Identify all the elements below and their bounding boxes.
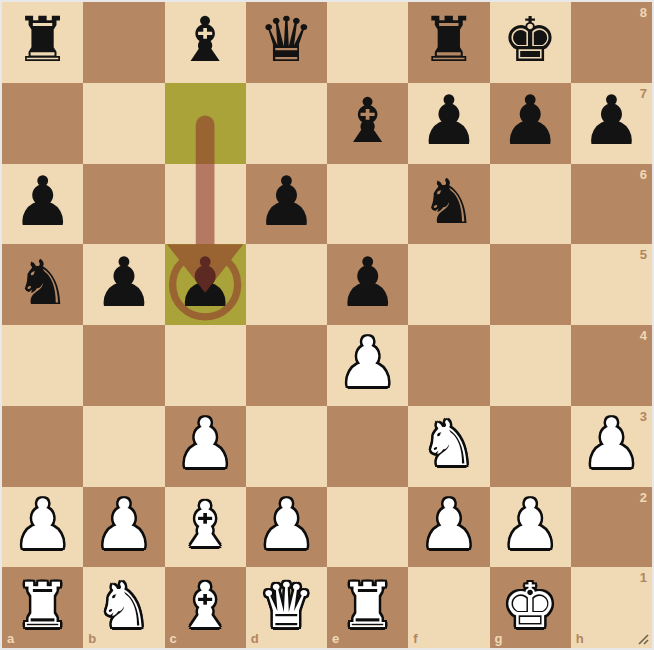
square-e1[interactable]: e♜ (327, 567, 408, 648)
square-e4[interactable]: ♟ (327, 325, 408, 406)
piece-black-pawn[interactable]: ♟ (12, 168, 73, 236)
square-c5[interactable]: ♟ (165, 244, 246, 325)
square-b8[interactable] (83, 2, 164, 83)
square-c8[interactable]: ♝ (165, 2, 246, 83)
piece-white-pawn[interactable]: ♟ (256, 491, 317, 559)
square-a6[interactable]: ♟ (2, 164, 83, 245)
board-frame: ♜♝♛♜♚8♝♟♟7♟♟♟♞6♞♟♟♟5♟4♟♞3♟♟♟♝♟♟♟2a♜b♞c♝d… (0, 0, 654, 650)
square-d7[interactable] (246, 83, 327, 164)
square-g2[interactable]: ♟ (490, 487, 571, 568)
piece-white-pawn[interactable]: ♟ (12, 491, 73, 559)
rank-label: 4 (640, 329, 647, 342)
square-h8[interactable]: 8 (571, 2, 652, 83)
square-b5[interactable]: ♟ (83, 244, 164, 325)
square-h3[interactable]: 3♟ (571, 406, 652, 487)
piece-black-pawn[interactable]: ♟ (337, 249, 398, 317)
file-label: h (576, 632, 584, 645)
square-c7[interactable] (165, 83, 246, 164)
piece-white-rook[interactable]: ♜ (340, 575, 396, 637)
square-b2[interactable]: ♟ (83, 487, 164, 568)
square-c3[interactable]: ♟ (165, 406, 246, 487)
file-label: c (170, 632, 177, 645)
square-d6[interactable]: ♟ (246, 164, 327, 245)
rank-label: 2 (640, 491, 647, 504)
square-a2[interactable]: ♟ (2, 487, 83, 568)
square-h7[interactable]: 7♟ (571, 83, 652, 164)
piece-white-knight[interactable]: ♞ (96, 575, 152, 637)
square-d2[interactable]: ♟ (246, 487, 327, 568)
piece-black-knight[interactable]: ♞ (15, 252, 71, 314)
piece-white-queen[interactable]: ♛ (259, 575, 315, 637)
square-b3[interactable] (83, 406, 164, 487)
square-f1[interactable]: f (408, 567, 489, 648)
square-f6[interactable]: ♞ (408, 164, 489, 245)
piece-white-king[interactable]: ♚ (502, 575, 558, 637)
rank-label: 5 (640, 248, 647, 261)
square-g8[interactable]: ♚ (490, 2, 571, 83)
piece-white-pawn[interactable]: ♟ (175, 410, 236, 478)
square-a4[interactable] (2, 325, 83, 406)
piece-black-bishop[interactable]: ♝ (340, 90, 396, 152)
file-label: b (88, 632, 96, 645)
board-resize-handle[interactable] (636, 632, 650, 646)
piece-black-pawn[interactable]: ♟ (500, 87, 561, 155)
square-e5[interactable]: ♟ (327, 244, 408, 325)
square-g1[interactable]: g♚ (490, 567, 571, 648)
piece-white-pawn[interactable]: ♟ (418, 491, 479, 559)
piece-black-pawn[interactable]: ♟ (418, 87, 479, 155)
resize-grip-icon (636, 632, 650, 646)
square-f5[interactable] (408, 244, 489, 325)
square-c4[interactable] (165, 325, 246, 406)
piece-black-pawn[interactable]: ♟ (175, 249, 236, 317)
piece-black-king[interactable]: ♚ (502, 9, 558, 71)
square-f3[interactable]: ♞ (408, 406, 489, 487)
square-g6[interactable] (490, 164, 571, 245)
square-d8[interactable]: ♛ (246, 2, 327, 83)
piece-white-bishop[interactable]: ♝ (177, 575, 233, 637)
piece-white-knight[interactable]: ♞ (421, 413, 477, 475)
square-e8[interactable] (327, 2, 408, 83)
square-c6[interactable] (165, 164, 246, 245)
square-a8[interactable]: ♜ (2, 2, 83, 83)
piece-white-pawn[interactable]: ♟ (581, 410, 642, 478)
square-e6[interactable] (327, 164, 408, 245)
square-e7[interactable]: ♝ (327, 83, 408, 164)
square-b4[interactable] (83, 325, 164, 406)
square-g4[interactable] (490, 325, 571, 406)
square-f2[interactable]: ♟ (408, 487, 489, 568)
piece-black-bishop[interactable]: ♝ (177, 9, 233, 71)
piece-white-bishop[interactable]: ♝ (177, 494, 233, 556)
square-f4[interactable] (408, 325, 489, 406)
piece-black-pawn[interactable]: ♟ (93, 249, 154, 317)
piece-white-pawn[interactable]: ♟ (93, 491, 154, 559)
square-a7[interactable] (2, 83, 83, 164)
piece-black-rook[interactable]: ♜ (421, 9, 477, 71)
square-e2[interactable] (327, 487, 408, 568)
rank-label: 6 (640, 168, 647, 181)
square-b6[interactable] (83, 164, 164, 245)
file-label: e (332, 632, 339, 645)
square-g3[interactable] (490, 406, 571, 487)
square-f8[interactable]: ♜ (408, 2, 489, 83)
square-a1[interactable]: a♜ (2, 567, 83, 648)
piece-white-pawn[interactable]: ♟ (500, 491, 561, 559)
square-h4[interactable]: 4 (571, 325, 652, 406)
file-label: f (413, 632, 417, 645)
file-label: a (7, 632, 14, 645)
square-h5[interactable]: 5 (571, 244, 652, 325)
square-h2[interactable]: 2 (571, 487, 652, 568)
file-label: d (251, 632, 259, 645)
chess-board: ♜♝♛♜♚8♝♟♟7♟♟♟♞6♞♟♟♟5♟4♟♞3♟♟♟♝♟♟♟2a♜b♞c♝d… (2, 2, 652, 648)
square-d5[interactable] (246, 244, 327, 325)
piece-white-pawn[interactable]: ♟ (337, 329, 398, 397)
square-a5[interactable]: ♞ (2, 244, 83, 325)
square-e3[interactable] (327, 406, 408, 487)
piece-black-pawn[interactable]: ♟ (581, 87, 642, 155)
square-b7[interactable] (83, 83, 164, 164)
piece-white-rook[interactable]: ♜ (15, 575, 71, 637)
rank-label: 8 (640, 6, 647, 19)
piece-black-rook[interactable]: ♜ (15, 9, 71, 71)
square-g7[interactable]: ♟ (490, 83, 571, 164)
file-label: g (495, 632, 503, 645)
rank-label: 1 (640, 571, 647, 584)
piece-black-knight[interactable]: ♞ (421, 171, 477, 233)
square-d1[interactable]: d♛ (246, 567, 327, 648)
square-d4[interactable] (246, 325, 327, 406)
square-d3[interactable] (246, 406, 327, 487)
piece-black-pawn[interactable]: ♟ (256, 168, 317, 236)
square-b1[interactable]: b♞ (83, 567, 164, 648)
square-a3[interactable] (2, 406, 83, 487)
square-c2[interactable]: ♝ (165, 487, 246, 568)
square-g5[interactable] (490, 244, 571, 325)
piece-black-queen[interactable]: ♛ (259, 9, 315, 71)
square-f7[interactable]: ♟ (408, 83, 489, 164)
square-c1[interactable]: c♝ (165, 567, 246, 648)
square-h6[interactable]: 6 (571, 164, 652, 245)
